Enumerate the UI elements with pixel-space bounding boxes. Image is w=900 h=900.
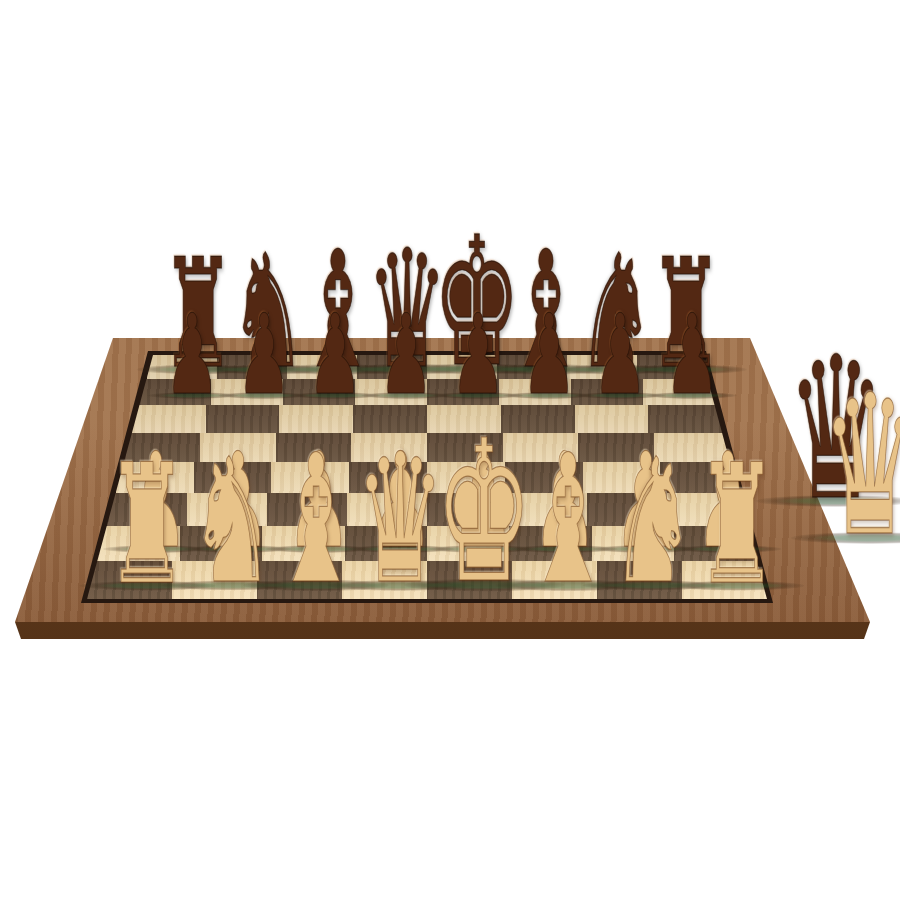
square-a2 <box>97 526 179 561</box>
square-a8 <box>147 355 217 379</box>
square-h3 <box>667 493 747 526</box>
square-a4 <box>116 462 194 493</box>
square-h2 <box>674 526 756 561</box>
square-b4 <box>194 462 272 493</box>
square-c8 <box>287 355 357 379</box>
chess-set-photo: ♜︎♞︎♝︎♛︎♚︎♝︎♞︎♜︎♟︎♟︎♟︎♟︎♟︎♟︎♟︎♟︎♟︎♟︎♟︎♟︎… <box>0 0 900 900</box>
square-c2 <box>262 526 344 561</box>
board-squares <box>82 355 772 599</box>
square-d3 <box>347 493 427 526</box>
square-f7 <box>499 379 571 405</box>
square-g8 <box>567 355 637 379</box>
square-h8 <box>637 355 707 379</box>
square-d1 <box>342 561 427 599</box>
board-rank-6 <box>82 405 772 433</box>
square-c6 <box>279 405 353 433</box>
square-a7 <box>139 379 211 405</box>
square-b1 <box>172 561 257 599</box>
board-rank-7 <box>82 379 772 405</box>
square-e5 <box>427 433 503 462</box>
square-d2 <box>345 526 427 561</box>
square-c7 <box>283 379 355 405</box>
square-h6 <box>648 405 722 433</box>
square-a5 <box>124 433 200 462</box>
square-e3 <box>427 493 507 526</box>
square-f2 <box>509 526 591 561</box>
square-e8 <box>427 355 497 379</box>
square-h5 <box>654 433 730 462</box>
square-a6 <box>132 405 206 433</box>
square-b2 <box>180 526 262 561</box>
square-f8 <box>497 355 567 379</box>
square-d7 <box>355 379 427 405</box>
board-rank-8 <box>82 355 772 379</box>
square-f4 <box>505 462 583 493</box>
square-e2 <box>427 526 509 561</box>
square-c3 <box>267 493 347 526</box>
square-c4 <box>271 462 349 493</box>
square-d8 <box>357 355 427 379</box>
square-h1 <box>682 561 767 599</box>
board-rank-3 <box>82 493 772 526</box>
square-d4 <box>349 462 427 493</box>
square-b8 <box>217 355 287 379</box>
square-h7 <box>643 379 715 405</box>
square-e1 <box>427 561 512 599</box>
square-g4 <box>583 462 661 493</box>
square-f3 <box>507 493 587 526</box>
board-rank-4 <box>82 462 772 493</box>
square-b6 <box>206 405 280 433</box>
chessboard <box>15 338 870 640</box>
square-b7 <box>211 379 283 405</box>
square-d5 <box>351 433 427 462</box>
square-f6 <box>501 405 575 433</box>
square-d6 <box>353 405 427 433</box>
square-e4 <box>427 462 505 493</box>
board-rank-2 <box>82 526 772 561</box>
square-g5 <box>578 433 654 462</box>
square-c5 <box>276 433 352 462</box>
square-c1 <box>257 561 342 599</box>
board-rank-1 <box>82 561 772 599</box>
square-a3 <box>107 493 187 526</box>
square-e6 <box>427 405 501 433</box>
square-g7 <box>571 379 643 405</box>
square-g2 <box>592 526 674 561</box>
square-h4 <box>660 462 738 493</box>
square-a1 <box>87 561 172 599</box>
square-b3 <box>187 493 267 526</box>
square-f5 <box>503 433 579 462</box>
square-g1 <box>597 561 682 599</box>
square-f1 <box>512 561 597 599</box>
board-rank-5 <box>82 433 772 462</box>
square-e7 <box>427 379 499 405</box>
square-g6 <box>575 405 649 433</box>
square-b5 <box>200 433 276 462</box>
square-g3 <box>587 493 667 526</box>
